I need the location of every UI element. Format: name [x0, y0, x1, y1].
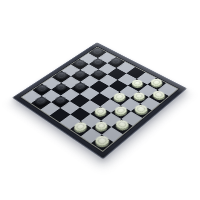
checkers-board[interactable] — [12, 42, 187, 159]
playing-area — [22, 47, 177, 150]
checkers-product-photo — [0, 0, 200, 200]
board-tilt-wrapper — [0, 0, 200, 200]
